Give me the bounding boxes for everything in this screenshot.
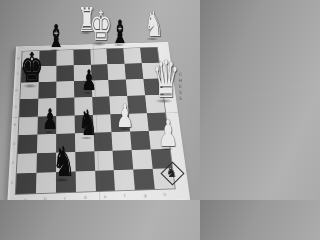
- white-pawn-f3[interactable]: ♟: [116, 100, 134, 132]
- black-pawn-b3[interactable]: ♟: [42, 106, 58, 134]
- black-bishop-f8[interactable]: ♝: [111, 16, 129, 48]
- board-brand-logo: ♞: [160, 161, 183, 184]
- white-king-e8[interactable]: ♚: [90, 6, 113, 47]
- white-knight-h8[interactable]: ♞: [144, 7, 163, 42]
- black-king-a5[interactable]: ♚: [21, 48, 44, 89]
- black-bishop-b7[interactable]: ♝: [47, 21, 64, 52]
- chess-photo-scene: abcdefgh87654321 ♜♚♝♞♝♚♟♛♟♞♟♟♞ ♞ CHESS: [0, 0, 200, 200]
- brand-text: CHESS: [171, 72, 183, 112]
- black-knight-c1[interactable]: ♞: [53, 142, 76, 183]
- knight-logo-icon: ♞: [160, 161, 183, 184]
- black-pawn-d5[interactable]: ♟: [81, 67, 97, 95]
- black-knight-d3[interactable]: ♞: [78, 106, 97, 141]
- white-pawn-h2[interactable]: ♟: [158, 115, 179, 152]
